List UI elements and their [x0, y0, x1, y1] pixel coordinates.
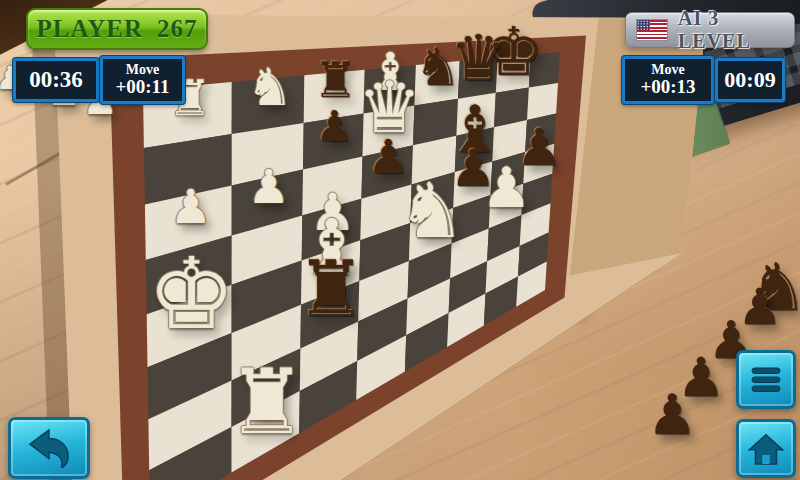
piece-white-knight-e4[interactable]: ♞: [398, 173, 466, 249]
menu-button[interactable]: [736, 350, 796, 409]
white-move-time: +00:11: [115, 77, 169, 97]
game-screen: ♜♞♜♝♞♛♚♟♛♟♟♟♝♟♟♟♚♝♞♟♜♜♟♟♟♞♟♟♟♟ PLAYER 26…: [0, 0, 800, 480]
hamburger-icon: [749, 364, 783, 396]
black-clock-value: 00:09: [724, 68, 775, 91]
piece-black-knight-e8[interactable]: ♞: [415, 41, 461, 93]
piece-white-knight-b8[interactable]: ♞: [246, 62, 292, 114]
white-move-clock: Move +00:11: [100, 56, 185, 104]
ai-level-button[interactable]: AI 3 LEVEL: [625, 12, 795, 48]
white-total-clock: 00:36: [13, 58, 99, 102]
undo-arrow-icon: [26, 428, 72, 468]
black-move-clock: Move +00:13: [622, 56, 714, 104]
piece-black-pawn-c7[interactable]: ♟: [315, 107, 353, 149]
captured-black-pawn-5[interactable]: ♟: [647, 387, 697, 443]
player-score: 267: [157, 15, 198, 43]
piece-white-rook-b1[interactable]: ♜: [227, 359, 307, 449]
piece-black-rook-c3[interactable]: ♜: [296, 251, 366, 329]
black-move-time: +00:13: [640, 77, 695, 97]
piece-white-pawn-a6[interactable]: ♟: [170, 183, 212, 230]
piece-white-pawn-b6[interactable]: ♟: [248, 164, 290, 211]
white-clock-value: 00:36: [29, 68, 83, 92]
piece-black-rook-c8[interactable]: ♜: [313, 56, 357, 105]
us-flag-icon: [636, 19, 668, 41]
player-label: PLAYER: [37, 15, 144, 43]
piece-white-pawn-g4[interactable]: ♟: [482, 161, 532, 217]
white-move-label: Move: [126, 63, 159, 78]
player-score-button[interactable]: PLAYER 267: [26, 8, 208, 50]
home-icon: [748, 432, 784, 466]
black-total-clock: 00:09: [715, 58, 785, 102]
undo-button[interactable]: [8, 417, 90, 479]
home-button[interactable]: [736, 419, 796, 478]
ai-level-label: AI 3 LEVEL: [678, 7, 784, 53]
black-move-label: Move: [651, 63, 684, 78]
piece-white-king-a4[interactable]: ♚: [147, 245, 235, 343]
